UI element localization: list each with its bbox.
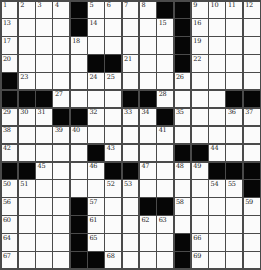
clue-number-62: 62 <box>141 217 149 224</box>
cell-6-5[interactable] <box>71 91 87 107</box>
clue-number-35: 35 <box>176 109 184 116</box>
cell-6-10[interactable]: 28 <box>157 91 173 107</box>
black-cell-9-6 <box>88 145 104 161</box>
clue-number-6: 6 <box>107 2 111 9</box>
clue-number-41: 41 <box>159 127 167 134</box>
clue-number-29: 29 <box>3 109 11 116</box>
clue-number-4: 4 <box>55 2 59 9</box>
cell-12-4[interactable] <box>53 198 69 214</box>
cell-4-4[interactable] <box>53 55 69 71</box>
cell-3-7[interactable] <box>105 37 121 53</box>
clue-number-8: 8 <box>141 2 145 9</box>
cell-10-12[interactable]: 49 <box>192 163 208 179</box>
cell-3-5[interactable]: 18 <box>71 37 87 53</box>
cell-11-11[interactable] <box>175 180 191 196</box>
clue-number-53: 53 <box>124 181 132 188</box>
cell-12-12[interactable] <box>192 198 208 214</box>
cell-15-1[interactable]: 67 <box>2 252 18 268</box>
cell-9-3[interactable] <box>36 145 52 161</box>
cell-14-3[interactable] <box>36 234 52 250</box>
cell-13-4[interactable] <box>53 216 69 232</box>
cell-5-8[interactable] <box>123 73 139 89</box>
cell-10-5[interactable] <box>71 163 87 179</box>
cell-9-2[interactable] <box>19 145 35 161</box>
cell-1-12[interactable]: 9 <box>192 2 208 18</box>
cell-1-13[interactable]: 10 <box>209 2 225 18</box>
clue-number-68: 68 <box>107 253 115 260</box>
black-cell-6-9 <box>140 91 156 107</box>
cell-7-14[interactable]: 36 <box>226 109 242 125</box>
black-cell-10-1 <box>2 163 18 179</box>
cell-9-10[interactable] <box>157 145 173 161</box>
cell-1-3[interactable]: 3 <box>36 2 52 18</box>
cell-7-12[interactable] <box>192 109 208 125</box>
cell-5-9[interactable] <box>140 73 156 89</box>
cell-13-7[interactable] <box>105 216 121 232</box>
cell-1-8[interactable]: 7 <box>123 2 139 18</box>
cell-9-1[interactable]: 42 <box>2 145 18 161</box>
clue-number-15: 15 <box>159 20 167 27</box>
clue-number-51: 51 <box>20 181 28 188</box>
cell-9-7[interactable]: 43 <box>105 145 121 161</box>
cell-2-13[interactable] <box>209 19 225 35</box>
cell-9-15[interactable] <box>244 145 260 161</box>
cell-8-7[interactable] <box>105 127 121 143</box>
cell-8-4[interactable]: 39 <box>53 127 69 143</box>
black-cell-3-11 <box>175 37 191 53</box>
cell-8-2[interactable] <box>19 127 35 143</box>
cell-12-7[interactable] <box>105 198 121 214</box>
black-cell-10-8 <box>123 163 139 179</box>
cell-8-15[interactable] <box>244 127 260 143</box>
clue-number-13: 13 <box>3 20 11 27</box>
clue-number-43: 43 <box>107 145 115 152</box>
cell-4-9[interactable] <box>140 55 156 71</box>
clue-number-56: 56 <box>3 199 11 206</box>
cell-13-13[interactable] <box>209 216 225 232</box>
black-cell-6-1 <box>2 91 18 107</box>
black-cell-1-10 <box>157 2 173 18</box>
cell-6-13[interactable] <box>209 91 225 107</box>
cell-6-12[interactable] <box>192 91 208 107</box>
cell-12-1[interactable]: 56 <box>2 198 18 214</box>
clue-number-25: 25 <box>107 74 115 81</box>
black-cell-10-7 <box>105 163 121 179</box>
cell-11-7[interactable]: 52 <box>105 180 121 196</box>
cell-5-4[interactable] <box>53 73 69 89</box>
crossword-board: 1234567891011121314151617181920212223242… <box>0 0 261 270</box>
cell-11-8[interactable]: 53 <box>123 180 139 196</box>
clue-number-38: 38 <box>3 127 11 134</box>
cell-15-12[interactable]: 69 <box>192 252 208 268</box>
cell-11-9[interactable] <box>140 180 156 196</box>
cell-2-9[interactable] <box>140 19 156 35</box>
clue-number-20: 20 <box>3 56 11 63</box>
cell-4-8[interactable]: 21 <box>123 55 139 71</box>
black-cell-10-14 <box>226 163 242 179</box>
cell-2-1[interactable]: 13 <box>2 19 18 35</box>
cell-5-15[interactable] <box>244 73 260 89</box>
clue-number-1: 1 <box>3 2 7 9</box>
clue-number-57: 57 <box>90 199 98 206</box>
clue-number-26: 26 <box>176 74 184 81</box>
clue-number-9: 9 <box>193 2 197 9</box>
cell-6-6[interactable] <box>88 91 104 107</box>
cell-1-6[interactable]: 5 <box>88 2 104 18</box>
black-cell-9-11 <box>175 145 191 161</box>
black-cell-10-2 <box>19 163 35 179</box>
cell-10-10[interactable] <box>157 163 173 179</box>
cell-3-13[interactable] <box>209 37 225 53</box>
clue-number-24: 24 <box>90 74 98 81</box>
black-cell-6-8 <box>123 91 139 107</box>
black-cell-7-5 <box>71 109 87 125</box>
cell-5-13[interactable] <box>209 73 225 89</box>
cell-8-10[interactable]: 41 <box>157 127 173 143</box>
black-cell-5-1 <box>2 73 18 89</box>
cell-8-6[interactable] <box>88 127 104 143</box>
cell-12-15[interactable]: 59 <box>244 198 260 214</box>
cell-11-14[interactable]: 55 <box>226 180 242 196</box>
cell-10-9[interactable]: 47 <box>140 163 156 179</box>
cell-4-10[interactable] <box>157 55 173 71</box>
cell-1-4[interactable]: 4 <box>53 2 69 18</box>
cell-12-3[interactable] <box>36 198 52 214</box>
black-cell-10-13 <box>209 163 225 179</box>
cell-15-14[interactable] <box>226 252 242 268</box>
black-cell-4-7 <box>105 55 121 71</box>
cell-15-3[interactable] <box>36 252 52 268</box>
black-cell-14-11 <box>175 234 191 250</box>
cell-4-14[interactable] <box>226 55 242 71</box>
cell-12-11[interactable]: 58 <box>175 198 191 214</box>
cell-11-12[interactable] <box>192 180 208 196</box>
clue-number-58: 58 <box>176 199 184 206</box>
cell-11-13[interactable]: 54 <box>209 180 225 196</box>
cell-9-14[interactable] <box>226 145 242 161</box>
black-cell-10-15 <box>244 163 260 179</box>
cell-5-10[interactable] <box>157 73 173 89</box>
cell-1-2[interactable]: 2 <box>19 2 35 18</box>
cell-12-2[interactable] <box>19 198 35 214</box>
cell-4-12[interactable]: 22 <box>192 55 208 71</box>
black-cell-11-15 <box>244 180 260 196</box>
cell-7-3[interactable]: 31 <box>36 109 52 125</box>
cell-2-15[interactable] <box>244 19 260 35</box>
clue-number-21: 21 <box>124 56 132 63</box>
clue-number-5: 5 <box>90 2 94 9</box>
clue-number-39: 39 <box>55 127 63 134</box>
cell-3-6[interactable] <box>88 37 104 53</box>
black-cell-12-9 <box>140 198 156 214</box>
cell-11-1[interactable]: 50 <box>2 180 18 196</box>
cell-13-14[interactable] <box>226 216 242 232</box>
cell-6-4[interactable]: 27 <box>53 91 69 107</box>
cell-7-6[interactable]: 32 <box>88 109 104 125</box>
cell-3-3[interactable] <box>36 37 52 53</box>
cell-2-10[interactable]: 15 <box>157 19 173 35</box>
cell-9-9[interactable] <box>140 145 156 161</box>
cell-7-15[interactable]: 37 <box>244 109 260 125</box>
cell-5-2[interactable]: 23 <box>19 73 35 89</box>
clue-number-31: 31 <box>38 109 46 116</box>
cell-11-6[interactable] <box>88 180 104 196</box>
clue-number-66: 66 <box>193 235 201 242</box>
cell-3-10[interactable] <box>157 37 173 53</box>
cell-7-7[interactable] <box>105 109 121 125</box>
cell-8-13[interactable] <box>209 127 225 143</box>
cell-5-3[interactable] <box>36 73 52 89</box>
cell-2-6[interactable]: 14 <box>88 19 104 35</box>
cell-2-3[interactable] <box>36 19 52 35</box>
cell-2-4[interactable] <box>53 19 69 35</box>
cell-14-2[interactable] <box>19 234 35 250</box>
clue-number-52: 52 <box>107 181 115 188</box>
clue-number-49: 49 <box>193 163 201 170</box>
cell-13-8[interactable] <box>123 216 139 232</box>
clue-number-12: 12 <box>245 2 253 9</box>
cell-7-2[interactable]: 30 <box>19 109 35 125</box>
cell-6-7[interactable] <box>105 91 121 107</box>
cell-3-4[interactable] <box>53 37 69 53</box>
cell-8-12[interactable] <box>192 127 208 143</box>
cell-14-12[interactable]: 66 <box>192 234 208 250</box>
clue-number-48: 48 <box>176 163 184 170</box>
cell-14-7[interactable] <box>105 234 121 250</box>
cell-15-2[interactable] <box>19 252 35 268</box>
black-cell-7-4 <box>53 109 69 125</box>
cell-6-11[interactable] <box>175 91 191 107</box>
clue-number-17: 17 <box>3 38 11 45</box>
clue-number-11: 11 <box>228 2 236 9</box>
clue-number-64: 64 <box>3 235 11 242</box>
cell-14-8[interactable] <box>123 234 139 250</box>
black-cell-13-5 <box>71 216 87 232</box>
clue-number-55: 55 <box>228 181 236 188</box>
clue-number-14: 14 <box>90 20 98 27</box>
cell-13-11[interactable] <box>175 216 191 232</box>
cell-2-14[interactable] <box>226 19 242 35</box>
cell-11-3[interactable] <box>36 180 52 196</box>
cell-8-9[interactable] <box>140 127 156 143</box>
clue-number-3: 3 <box>38 2 42 9</box>
clue-number-2: 2 <box>20 2 24 9</box>
clue-number-37: 37 <box>245 109 253 116</box>
black-cell-2-11 <box>175 19 191 35</box>
cell-13-1[interactable]: 60 <box>2 216 18 232</box>
cell-12-6[interactable]: 57 <box>88 198 104 214</box>
clue-number-67: 67 <box>3 253 11 260</box>
cell-8-5[interactable]: 40 <box>71 127 87 143</box>
clue-number-34: 34 <box>141 109 149 116</box>
clue-number-65: 65 <box>90 235 98 242</box>
cell-5-5[interactable] <box>71 73 87 89</box>
cell-1-7[interactable]: 6 <box>105 2 121 18</box>
clue-number-59: 59 <box>245 199 253 206</box>
black-cell-12-5 <box>71 198 87 214</box>
clue-number-44: 44 <box>211 145 219 152</box>
clue-number-16: 16 <box>193 20 201 27</box>
cell-8-8[interactable] <box>123 127 139 143</box>
cell-15-8[interactable] <box>123 252 139 268</box>
cell-9-13[interactable]: 44 <box>209 145 225 161</box>
cell-11-5[interactable] <box>71 180 87 196</box>
cell-4-15[interactable] <box>244 55 260 71</box>
cell-4-1[interactable]: 20 <box>2 55 18 71</box>
cell-5-12[interactable] <box>192 73 208 89</box>
cell-2-7[interactable] <box>105 19 121 35</box>
cell-11-4[interactable] <box>53 180 69 196</box>
clue-number-50: 50 <box>3 181 11 188</box>
cell-2-8[interactable] <box>123 19 139 35</box>
cell-3-8[interactable] <box>123 37 139 53</box>
black-cell-15-11 <box>175 252 191 268</box>
clue-number-19: 19 <box>193 38 201 45</box>
clue-number-46: 46 <box>90 163 98 170</box>
cell-12-13[interactable] <box>209 198 225 214</box>
black-cell-6-3 <box>36 91 52 107</box>
cell-13-15[interactable] <box>244 216 260 232</box>
cell-1-14[interactable]: 11 <box>226 2 242 18</box>
cell-11-2[interactable]: 51 <box>19 180 35 196</box>
clue-number-22: 22 <box>193 56 201 63</box>
clue-number-32: 32 <box>90 109 98 116</box>
cell-10-11[interactable]: 48 <box>175 163 191 179</box>
clue-number-54: 54 <box>211 181 219 188</box>
cell-3-12[interactable]: 19 <box>192 37 208 53</box>
cell-13-2[interactable] <box>19 216 35 232</box>
clue-number-33: 33 <box>124 109 132 116</box>
cell-14-6[interactable]: 65 <box>88 234 104 250</box>
clue-number-36: 36 <box>228 109 236 116</box>
cell-8-3[interactable] <box>36 127 52 143</box>
clue-number-28: 28 <box>159 91 167 98</box>
cell-13-9[interactable]: 62 <box>140 216 156 232</box>
cell-3-14[interactable] <box>226 37 242 53</box>
cell-3-9[interactable] <box>140 37 156 53</box>
black-cell-9-12 <box>192 145 208 161</box>
cell-14-1[interactable]: 64 <box>2 234 18 250</box>
clue-number-60: 60 <box>3 217 11 224</box>
clue-number-10: 10 <box>211 2 219 9</box>
cell-4-5[interactable] <box>71 55 87 71</box>
cell-12-8[interactable] <box>123 198 139 214</box>
cell-14-15[interactable] <box>244 234 260 250</box>
cell-15-7[interactable]: 68 <box>105 252 121 268</box>
cell-11-10[interactable] <box>157 180 173 196</box>
cell-7-1[interactable]: 29 <box>2 109 18 125</box>
cell-9-8[interactable] <box>123 145 139 161</box>
cell-5-11[interactable]: 26 <box>175 73 191 89</box>
cell-7-9[interactable]: 34 <box>140 109 156 125</box>
clue-number-69: 69 <box>193 253 201 260</box>
black-cell-1-11 <box>175 2 191 18</box>
black-cell-6-14 <box>226 91 242 107</box>
cell-13-6[interactable]: 61 <box>88 216 104 232</box>
black-cell-6-2 <box>19 91 35 107</box>
clue-number-7: 7 <box>124 2 128 9</box>
clue-number-45: 45 <box>38 163 46 170</box>
cell-13-3[interactable] <box>36 216 52 232</box>
black-cell-1-5 <box>71 2 87 18</box>
cell-3-15[interactable] <box>244 37 260 53</box>
cell-1-9[interactable]: 8 <box>140 2 156 18</box>
black-cell-7-10 <box>157 109 173 125</box>
cell-1-15[interactable]: 12 <box>244 2 260 18</box>
cell-8-14[interactable] <box>226 127 242 143</box>
cell-8-1[interactable]: 38 <box>2 127 18 143</box>
cell-13-10[interactable]: 63 <box>157 216 173 232</box>
cell-1-1[interactable]: 1 <box>2 2 18 18</box>
cell-7-8[interactable]: 33 <box>123 109 139 125</box>
cell-3-2[interactable] <box>19 37 35 53</box>
clue-number-42: 42 <box>3 145 11 152</box>
clue-number-63: 63 <box>159 217 167 224</box>
cell-14-14[interactable] <box>226 234 242 250</box>
cell-2-2[interactable] <box>19 19 35 35</box>
cell-9-4[interactable] <box>53 145 69 161</box>
clue-number-61: 61 <box>90 217 98 224</box>
cell-9-5[interactable] <box>71 145 87 161</box>
cell-15-15[interactable] <box>244 252 260 268</box>
cell-4-13[interactable] <box>209 55 225 71</box>
cell-8-11[interactable] <box>175 127 191 143</box>
black-cell-15-5 <box>71 252 87 268</box>
black-cell-12-10 <box>157 198 173 214</box>
cell-5-6[interactable]: 24 <box>88 73 104 89</box>
cell-10-4[interactable] <box>53 163 69 179</box>
cell-4-2[interactable] <box>19 55 35 71</box>
cell-12-14[interactable] <box>226 198 242 214</box>
cell-7-11[interactable]: 35 <box>175 109 191 125</box>
cell-2-12[interactable]: 16 <box>192 19 208 35</box>
cell-5-7[interactable]: 25 <box>105 73 121 89</box>
cell-14-13[interactable] <box>209 234 225 250</box>
cell-7-13[interactable] <box>209 109 225 125</box>
clue-number-18: 18 <box>72 38 80 45</box>
cell-15-9[interactable] <box>140 252 156 268</box>
cell-13-12[interactable] <box>192 216 208 232</box>
cell-10-3[interactable]: 45 <box>36 163 52 179</box>
cell-15-10[interactable] <box>157 252 173 268</box>
cell-10-6[interactable]: 46 <box>88 163 104 179</box>
clue-number-23: 23 <box>20 74 28 81</box>
cell-15-4[interactable] <box>53 252 69 268</box>
clue-number-30: 30 <box>20 109 28 116</box>
cell-14-4[interactable] <box>53 234 69 250</box>
black-cell-4-6 <box>88 55 104 71</box>
black-cell-15-6 <box>88 252 104 268</box>
clue-number-40: 40 <box>72 127 80 134</box>
cell-5-14[interactable] <box>226 73 242 89</box>
cell-14-10[interactable] <box>157 234 173 250</box>
clue-number-47: 47 <box>141 163 149 170</box>
cell-15-13[interactable] <box>209 252 225 268</box>
clue-number-27: 27 <box>55 91 63 98</box>
black-cell-2-5 <box>71 19 87 35</box>
black-cell-6-15 <box>244 91 260 107</box>
black-cell-4-11 <box>175 55 191 71</box>
black-cell-14-5 <box>71 234 87 250</box>
cell-4-3[interactable] <box>36 55 52 71</box>
cell-3-1[interactable]: 17 <box>2 37 18 53</box>
cell-14-9[interactable] <box>140 234 156 250</box>
